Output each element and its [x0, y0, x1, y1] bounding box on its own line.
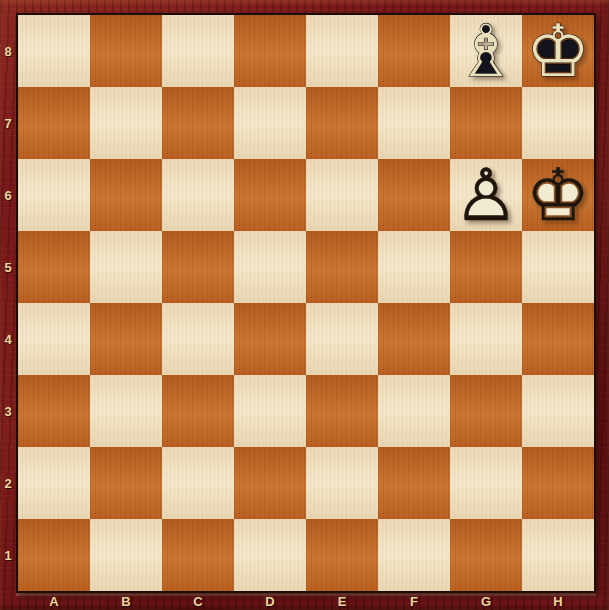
square-h1[interactable]: [522, 519, 594, 591]
square-a5[interactable]: [18, 231, 90, 303]
square-a4[interactable]: [18, 303, 90, 375]
square-g7[interactable]: [450, 87, 522, 159]
chess-board: ♝♗♚♔♟♙♚♔: [16, 13, 596, 593]
file-label-e: E: [306, 592, 378, 610]
square-b4[interactable]: [90, 303, 162, 375]
square-a2[interactable]: [18, 447, 90, 519]
square-d7[interactable]: [234, 87, 306, 159]
square-c7[interactable]: [162, 87, 234, 159]
square-c2[interactable]: [162, 447, 234, 519]
square-g3[interactable]: [450, 375, 522, 447]
file-labels: ABCDEFGH: [18, 592, 594, 610]
square-f6[interactable]: [378, 159, 450, 231]
square-g4[interactable]: [450, 303, 522, 375]
square-b3[interactable]: [90, 375, 162, 447]
board-frame: 87654321 ♝♗♚♔♟♙♚♔ ABCDEFGH: [0, 0, 609, 610]
square-d3[interactable]: [234, 375, 306, 447]
square-h8[interactable]: ♚♔: [522, 15, 594, 87]
square-g8[interactable]: ♝♗: [450, 15, 522, 87]
square-b6[interactable]: [90, 159, 162, 231]
square-f1[interactable]: [378, 519, 450, 591]
square-c8[interactable]: [162, 15, 234, 87]
square-g2[interactable]: [450, 447, 522, 519]
square-h7[interactable]: [522, 87, 594, 159]
square-e2[interactable]: [306, 447, 378, 519]
square-f8[interactable]: [378, 15, 450, 87]
file-label-a: A: [18, 592, 90, 610]
square-c3[interactable]: [162, 375, 234, 447]
rank-label-4: 4: [0, 303, 16, 375]
rank-label-7: 7: [0, 87, 16, 159]
square-f2[interactable]: [378, 447, 450, 519]
rank-label-1: 1: [0, 519, 16, 591]
square-a6[interactable]: [18, 159, 90, 231]
square-g5[interactable]: [450, 231, 522, 303]
square-f4[interactable]: [378, 303, 450, 375]
square-e5[interactable]: [306, 231, 378, 303]
file-label-h: H: [522, 592, 594, 610]
square-f7[interactable]: [378, 87, 450, 159]
square-f3[interactable]: [378, 375, 450, 447]
square-g1[interactable]: [450, 519, 522, 591]
square-f5[interactable]: [378, 231, 450, 303]
square-e8[interactable]: [306, 15, 378, 87]
king-glyph-outline: ♔: [522, 159, 594, 231]
square-b1[interactable]: [90, 519, 162, 591]
bishop-glyph-outline: ♗: [450, 15, 522, 87]
square-b8[interactable]: [90, 15, 162, 87]
file-label-d: D: [234, 592, 306, 610]
square-d1[interactable]: [234, 519, 306, 591]
square-e4[interactable]: [306, 303, 378, 375]
square-d4[interactable]: [234, 303, 306, 375]
square-h5[interactable]: [522, 231, 594, 303]
square-b2[interactable]: [90, 447, 162, 519]
square-e6[interactable]: [306, 159, 378, 231]
square-a3[interactable]: [18, 375, 90, 447]
rank-label-6: 6: [0, 159, 16, 231]
square-e3[interactable]: [306, 375, 378, 447]
square-a7[interactable]: [18, 87, 90, 159]
square-h3[interactable]: [522, 375, 594, 447]
square-d8[interactable]: [234, 15, 306, 87]
square-h6[interactable]: ♚♔: [522, 159, 594, 231]
square-d5[interactable]: [234, 231, 306, 303]
pawn-glyph-outline: ♙: [450, 159, 522, 231]
king-glyph-outline: ♔: [522, 15, 594, 87]
black-bishop[interactable]: ♝♗: [450, 15, 522, 87]
square-d6[interactable]: [234, 159, 306, 231]
file-label-g: G: [450, 592, 522, 610]
square-b5[interactable]: [90, 231, 162, 303]
file-label-c: C: [162, 592, 234, 610]
white-king[interactable]: ♚♔: [522, 159, 594, 231]
file-label-b: B: [90, 592, 162, 610]
square-c1[interactable]: [162, 519, 234, 591]
square-b7[interactable]: [90, 87, 162, 159]
square-h2[interactable]: [522, 447, 594, 519]
square-c4[interactable]: [162, 303, 234, 375]
black-king[interactable]: ♚♔: [522, 15, 594, 87]
rank-label-5: 5: [0, 231, 16, 303]
square-c5[interactable]: [162, 231, 234, 303]
file-label-f: F: [378, 592, 450, 610]
rank-label-2: 2: [0, 447, 16, 519]
square-c6[interactable]: [162, 159, 234, 231]
rank-labels: 87654321: [0, 15, 16, 591]
square-e1[interactable]: [306, 519, 378, 591]
square-e7[interactable]: [306, 87, 378, 159]
square-g6[interactable]: ♟♙: [450, 159, 522, 231]
white-pawn[interactable]: ♟♙: [450, 159, 522, 231]
square-a8[interactable]: [18, 15, 90, 87]
square-d2[interactable]: [234, 447, 306, 519]
rank-label-3: 3: [0, 375, 16, 447]
square-a1[interactable]: [18, 519, 90, 591]
rank-label-8: 8: [0, 15, 16, 87]
square-h4[interactable]: [522, 303, 594, 375]
